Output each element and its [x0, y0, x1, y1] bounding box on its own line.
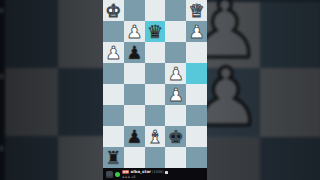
square[interactable]: [165, 42, 186, 63]
square[interactable]: [186, 126, 207, 147]
blurred-coordinate: [0, 146, 3, 151]
black-king-piece: ♚: [168, 126, 184, 147]
square[interactable]: [165, 21, 186, 42]
white-pawn-piece: ♟: [168, 63, 184, 84]
chess-app-view: ♚♛♟♛♟♟♟♟♟♟♝♚♜ GM alba_star (1500) ♙♙♙ +5: [103, 0, 207, 180]
square[interactable]: ♟: [186, 21, 207, 42]
online-status-dot: [115, 172, 120, 177]
black-queen-piece: ♛: [147, 21, 163, 42]
square[interactable]: ♟: [124, 126, 145, 147]
title-badge: GM: [122, 170, 129, 174]
captured-pieces: ♙♙♙ +5: [122, 175, 168, 179]
square[interactable]: [124, 63, 145, 84]
coords-strip: [0, 0, 5, 180]
blurred-background-right: ♟ ♟: [207, 0, 320, 180]
blurred-coordinate: [0, 8, 3, 13]
blurred-pawn-icon: ♟: [207, 58, 262, 138]
square[interactable]: ♝: [145, 126, 166, 147]
square[interactable]: ♟: [103, 42, 124, 63]
square[interactable]: [103, 63, 124, 84]
highlighted-square[interactable]: ♛: [145, 21, 166, 42]
player-bar: GM alba_star (1500) ♙♙♙ +5: [103, 168, 207, 180]
white-pawn-piece: ♟: [126, 21, 142, 42]
white-pawn-piece: ♟: [105, 42, 121, 63]
square[interactable]: ♟: [165, 63, 186, 84]
square[interactable]: [103, 21, 124, 42]
square[interactable]: [145, 42, 166, 63]
square[interactable]: [145, 147, 166, 168]
square[interactable]: [145, 63, 166, 84]
square[interactable]: ♟: [165, 84, 186, 105]
square[interactable]: [165, 0, 186, 21]
square[interactable]: [186, 147, 207, 168]
blurred-background-left: [0, 0, 103, 180]
square[interactable]: [103, 84, 124, 105]
square[interactable]: [165, 105, 186, 126]
square[interactable]: ♛: [186, 0, 207, 21]
black-rook-piece: ♜: [105, 147, 121, 168]
chess-board: ♚♛♟♛♟♟♟♟♟♟♝♚♜: [103, 0, 207, 168]
square[interactable]: [124, 84, 145, 105]
square[interactable]: [145, 84, 166, 105]
white-pawn-piece: ♟: [168, 84, 184, 105]
square[interactable]: [124, 0, 145, 21]
player-flag-icon: [165, 171, 168, 174]
white-bishop-piece: ♝: [147, 126, 163, 147]
square[interactable]: ♟: [124, 21, 145, 42]
square[interactable]: [165, 147, 186, 168]
square[interactable]: [186, 84, 207, 105]
square[interactable]: [103, 105, 124, 126]
white-pawn-piece: ♟: [189, 21, 205, 42]
square[interactable]: [124, 147, 145, 168]
white-queen-piece: ♛: [189, 0, 205, 21]
blurred-coordinate: [0, 74, 3, 79]
square[interactable]: [103, 126, 124, 147]
square[interactable]: ♟: [124, 42, 145, 63]
black-pawn-piece: ♟: [126, 42, 142, 63]
highlighted-square[interactable]: [186, 63, 207, 84]
square[interactable]: [186, 42, 207, 63]
square[interactable]: [145, 0, 166, 21]
player-rating: (1500): [152, 170, 164, 174]
square[interactable]: ♚: [103, 0, 124, 21]
video-frame[interactable]: ♟ ♟ ♚♛♟♛♟♟♟♟♟♟♝♚♜ GM alba_star (1500) ♙♙…: [0, 0, 320, 180]
player-username: alba_star: [130, 170, 151, 174]
square[interactable]: [186, 105, 207, 126]
white-king-piece: ♚: [105, 0, 121, 21]
square[interactable]: [124, 105, 145, 126]
black-pawn-piece: ♟: [126, 126, 142, 147]
square[interactable]: ♚: [165, 126, 186, 147]
square[interactable]: ♜: [103, 147, 124, 168]
square[interactable]: [145, 105, 166, 126]
player-avatar: [106, 171, 113, 178]
